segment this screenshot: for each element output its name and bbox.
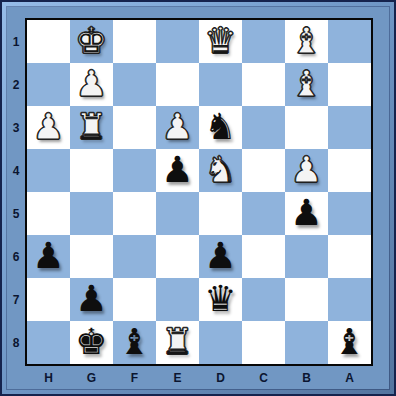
piece-white-rook: ♜ [161,324,193,360]
square-b5[interactable]: ♟ [285,192,328,235]
square-d1[interactable]: ♛ [199,20,242,63]
square-h7[interactable] [27,278,70,321]
piece-white-pawn: ♟ [75,66,107,102]
square-c1[interactable] [242,20,285,63]
square-e2[interactable] [156,63,199,106]
piece-white-pawn: ♟ [161,109,193,145]
square-h5[interactable] [27,192,70,235]
square-h4[interactable] [27,149,70,192]
piece-white-bishop: ♝ [290,66,322,102]
piece-white-pawn: ♟ [32,109,64,145]
rank-label-1: 1 [7,20,25,63]
square-g1[interactable]: ♚ [70,20,113,63]
piece-black-pawn: ♟ [32,238,64,274]
square-c8[interactable] [242,321,285,364]
square-d5[interactable] [199,192,242,235]
piece-white-pawn: ♟ [290,152,322,188]
piece-white-rook: ♜ [75,109,107,145]
piece-black-pawn: ♟ [161,152,193,188]
square-f4[interactable] [113,149,156,192]
square-h8[interactable] [27,321,70,364]
square-d4[interactable]: ♞ [199,149,242,192]
square-f8[interactable]: ♝ [113,321,156,364]
square-f1[interactable] [113,20,156,63]
square-a1[interactable] [328,20,371,63]
square-c7[interactable] [242,278,285,321]
file-label-d: D [199,366,242,389]
square-h3[interactable]: ♟ [27,106,70,149]
square-c5[interactable] [242,192,285,235]
square-g8[interactable]: ♚ [70,321,113,364]
square-c6[interactable] [242,235,285,278]
square-c4[interactable] [242,149,285,192]
square-f6[interactable] [113,235,156,278]
square-b6[interactable] [285,235,328,278]
square-a4[interactable] [328,149,371,192]
file-labels: H G F E D C B A [27,366,371,389]
square-d7[interactable]: ♛ [199,278,242,321]
piece-white-bishop: ♝ [290,23,322,59]
square-a8[interactable]: ♝ [328,321,371,364]
square-e8[interactable]: ♜ [156,321,199,364]
square-h1[interactable] [27,20,70,63]
piece-black-bishop: ♝ [118,324,150,360]
rank-label-7: 7 [7,278,25,321]
square-h2[interactable] [27,63,70,106]
square-b1[interactable]: ♝ [285,20,328,63]
square-e6[interactable] [156,235,199,278]
chess-board: ♚♛♝♟♝♟♜♟♞♟♞♟♟♟♟♟♛♚♝♜♝ [25,18,373,366]
piece-white-queen: ♛ [204,23,236,59]
piece-black-pawn: ♟ [75,281,107,317]
square-b3[interactable] [285,106,328,149]
rank-label-2: 2 [7,63,25,106]
square-a7[interactable] [328,278,371,321]
file-label-c: C [242,366,285,389]
square-h6[interactable]: ♟ [27,235,70,278]
square-d6[interactable]: ♟ [199,235,242,278]
piece-black-bishop: ♝ [333,324,365,360]
piece-black-knight: ♞ [204,109,236,145]
square-b2[interactable]: ♝ [285,63,328,106]
square-e3[interactable]: ♟ [156,106,199,149]
square-e5[interactable] [156,192,199,235]
rank-label-8: 8 [7,321,25,364]
file-label-h: H [27,366,70,389]
board-frame: 1 2 3 4 5 6 7 8 ♚♛♝♟♝♟♜♟♞♟♞♟♟♟♟♟♛♚♝♜♝ H … [0,0,396,396]
square-c3[interactable] [242,106,285,149]
square-b4[interactable]: ♟ [285,149,328,192]
board-mat: 1 2 3 4 5 6 7 8 ♚♛♝♟♝♟♜♟♞♟♞♟♟♟♟♟♛♚♝♜♝ H … [7,7,389,389]
rank-label-4: 4 [7,149,25,192]
square-e7[interactable] [156,278,199,321]
square-f7[interactable] [113,278,156,321]
rank-label-6: 6 [7,235,25,278]
square-g3[interactable]: ♜ [70,106,113,149]
square-g6[interactable] [70,235,113,278]
square-f2[interactable] [113,63,156,106]
piece-white-king: ♚ [75,23,107,59]
square-e4[interactable]: ♟ [156,149,199,192]
file-label-e: E [156,366,199,389]
square-a3[interactable] [328,106,371,149]
file-label-b: B [285,366,328,389]
rank-label-3: 3 [7,106,25,149]
square-f3[interactable] [113,106,156,149]
square-a6[interactable] [328,235,371,278]
piece-white-knight: ♞ [204,152,236,188]
square-d2[interactable] [199,63,242,106]
rank-label-5: 5 [7,192,25,235]
square-g5[interactable] [70,192,113,235]
file-label-a: A [328,366,371,389]
piece-black-pawn: ♟ [290,195,322,231]
piece-black-queen: ♛ [204,281,236,317]
square-a2[interactable] [328,63,371,106]
file-label-g: G [70,366,113,389]
square-e1[interactable] [156,20,199,63]
square-a5[interactable] [328,192,371,235]
square-d8[interactable] [199,321,242,364]
square-f5[interactable] [113,192,156,235]
square-b7[interactable] [285,278,328,321]
square-b8[interactable] [285,321,328,364]
square-g2[interactable]: ♟ [70,63,113,106]
piece-black-king: ♚ [75,324,107,360]
rank-labels: 1 2 3 4 5 6 7 8 [7,20,25,364]
square-c2[interactable] [242,63,285,106]
file-label-f: F [113,366,156,389]
square-g4[interactable] [70,149,113,192]
piece-black-pawn: ♟ [204,238,236,274]
square-d3[interactable]: ♞ [199,106,242,149]
square-g7[interactable]: ♟ [70,278,113,321]
